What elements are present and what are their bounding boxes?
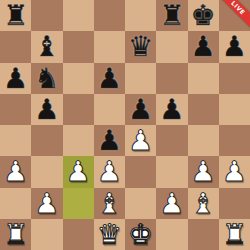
piece-black-king[interactable]: ♚ <box>191 0 216 31</box>
square-e4[interactable]: ♟ <box>125 125 156 156</box>
square-c1[interactable] <box>63 219 94 250</box>
square-d2[interactable]: ♝ <box>94 188 125 219</box>
square-d3[interactable]: ♟ <box>94 156 125 187</box>
piece-black-pawn[interactable]: ♟ <box>97 63 122 94</box>
square-g4[interactable] <box>188 125 219 156</box>
piece-white-bishop[interactable]: ♝ <box>97 188 122 219</box>
square-a5[interactable] <box>0 94 31 125</box>
square-f4[interactable] <box>156 125 187 156</box>
piece-white-pawn[interactable]: ♟ <box>66 156 91 187</box>
piece-white-pawn[interactable]: ♟ <box>3 156 28 187</box>
piece-black-pawn[interactable]: ♟ <box>191 31 216 62</box>
square-d5[interactable] <box>94 94 125 125</box>
square-f3[interactable] <box>156 156 187 187</box>
square-c5[interactable] <box>63 94 94 125</box>
square-e5[interactable]: ♟ <box>125 94 156 125</box>
square-a3[interactable]: ♟ <box>0 156 31 187</box>
square-h3[interactable]: ♟ <box>219 156 250 187</box>
square-e7[interactable]: ♛ <box>125 31 156 62</box>
square-g6[interactable] <box>188 63 219 94</box>
square-f7[interactable] <box>156 31 187 62</box>
square-g3[interactable]: ♟ <box>188 156 219 187</box>
piece-white-pawn[interactable]: ♟ <box>159 188 184 219</box>
square-f8[interactable]: ♜ <box>156 0 187 31</box>
square-d1[interactable]: ♛ <box>94 219 125 250</box>
piece-black-pawn[interactable]: ♟ <box>3 63 28 94</box>
square-a7[interactable] <box>0 31 31 62</box>
square-d7[interactable] <box>94 31 125 62</box>
square-b7[interactable]: ♝ <box>31 31 62 62</box>
square-b6[interactable]: ♞ <box>31 63 62 94</box>
piece-black-bishop[interactable]: ♝ <box>34 31 59 62</box>
square-b5[interactable]: ♟ <box>31 94 62 125</box>
square-h2[interactable] <box>219 188 250 219</box>
square-h4[interactable] <box>219 125 250 156</box>
square-e6[interactable] <box>125 63 156 94</box>
square-c4[interactable] <box>63 125 94 156</box>
square-g2[interactable]: ♝ <box>188 188 219 219</box>
piece-white-pawn[interactable]: ♟ <box>191 156 216 187</box>
square-e3[interactable] <box>125 156 156 187</box>
piece-white-pawn[interactable]: ♟ <box>128 125 153 156</box>
piece-white-pawn[interactable]: ♟ <box>97 156 122 187</box>
square-g1[interactable] <box>188 219 219 250</box>
square-a2[interactable] <box>0 188 31 219</box>
square-c3[interactable]: ♟ <box>63 156 94 187</box>
square-e2[interactable] <box>125 188 156 219</box>
piece-black-pawn[interactable]: ♟ <box>97 125 122 156</box>
piece-black-knight[interactable]: ♞ <box>34 63 59 94</box>
square-b4[interactable] <box>31 125 62 156</box>
square-b8[interactable] <box>31 0 62 31</box>
chess-board[interactable]: ♜♜♚♝♛♟♟♟♞♟♟♟♟♟♟♟♟♟♟♟♟♝♟♝♜♛♚♜ <box>0 0 250 250</box>
piece-white-bishop[interactable]: ♝ <box>191 188 216 219</box>
piece-white-pawn[interactable]: ♟ <box>34 188 59 219</box>
square-g7[interactable]: ♟ <box>188 31 219 62</box>
square-e1[interactable]: ♚ <box>125 219 156 250</box>
square-f5[interactable]: ♟ <box>156 94 187 125</box>
square-h5[interactable] <box>219 94 250 125</box>
square-h6[interactable] <box>219 63 250 94</box>
square-c8[interactable] <box>63 0 94 31</box>
piece-black-pawn[interactable]: ♟ <box>159 94 184 125</box>
piece-white-king[interactable]: ♚ <box>128 219 153 250</box>
chess-app: ♜♜♚♝♛♟♟♟♞♟♟♟♟♟♟♟♟♟♟♟♟♝♟♝♜♛♚♜ LIVE <box>0 0 250 250</box>
piece-white-rook[interactable]: ♜ <box>3 219 28 250</box>
square-c6[interactable] <box>63 63 94 94</box>
square-d6[interactable]: ♟ <box>94 63 125 94</box>
square-a1[interactable]: ♜ <box>0 219 31 250</box>
square-d4[interactable]: ♟ <box>94 125 125 156</box>
square-c7[interactable] <box>63 31 94 62</box>
square-a8[interactable]: ♜ <box>0 0 31 31</box>
piece-white-rook[interactable]: ♜ <box>222 219 247 250</box>
square-h7[interactable]: ♟ <box>219 31 250 62</box>
piece-black-pawn[interactable]: ♟ <box>34 94 59 125</box>
square-a4[interactable] <box>0 125 31 156</box>
piece-black-pawn[interactable]: ♟ <box>128 94 153 125</box>
square-h1[interactable]: ♜ <box>219 219 250 250</box>
square-b2[interactable]: ♟ <box>31 188 62 219</box>
piece-black-rook[interactable]: ♜ <box>3 0 28 31</box>
square-f1[interactable] <box>156 219 187 250</box>
square-e8[interactable] <box>125 0 156 31</box>
square-b3[interactable] <box>31 156 62 187</box>
square-g5[interactable] <box>188 94 219 125</box>
piece-black-rook[interactable]: ♜ <box>159 0 184 31</box>
square-b1[interactable] <box>31 219 62 250</box>
piece-black-pawn[interactable]: ♟ <box>222 31 247 62</box>
piece-white-pawn[interactable]: ♟ <box>222 156 247 187</box>
square-g8[interactable]: ♚ <box>188 0 219 31</box>
piece-white-queen[interactable]: ♛ <box>97 219 122 250</box>
square-f2[interactable]: ♟ <box>156 188 187 219</box>
square-c2[interactable] <box>63 188 94 219</box>
square-f6[interactable] <box>156 63 187 94</box>
square-d8[interactable] <box>94 0 125 31</box>
square-a6[interactable]: ♟ <box>0 63 31 94</box>
piece-black-queen[interactable]: ♛ <box>128 31 153 62</box>
